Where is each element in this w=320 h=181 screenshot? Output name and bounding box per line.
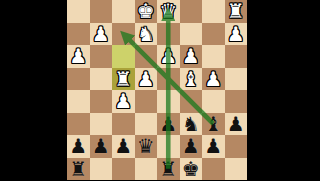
black-pawn[interactable]: ♟ xyxy=(180,135,203,158)
board-square[interactable] xyxy=(202,45,225,68)
chess-app-screenshot: ♚♛♜♟♞♟♟♟♟♜♟♝♟♟♟♞♝♟♟♟♟♛♟♟♜♜♚ xyxy=(0,0,320,180)
board-square[interactable]: ♟ xyxy=(112,135,135,158)
black-pawn[interactable]: ♟ xyxy=(67,135,90,158)
board-square[interactable] xyxy=(225,68,248,91)
white-rook[interactable]: ♜ xyxy=(112,68,135,91)
board-square[interactable] xyxy=(67,23,90,46)
black-pawn[interactable]: ♟ xyxy=(225,113,248,136)
board-square[interactable]: ♟ xyxy=(180,45,203,68)
board-square[interactable]: ♟ xyxy=(202,135,225,158)
white-queen[interactable]: ♛ xyxy=(157,0,180,23)
board-square[interactable]: ♞ xyxy=(135,23,158,46)
board-square[interactable] xyxy=(67,113,90,136)
board-square[interactable]: ♟ xyxy=(157,45,180,68)
white-pawn[interactable]: ♟ xyxy=(157,45,180,68)
board-square[interactable] xyxy=(180,23,203,46)
board-square[interactable]: ♝ xyxy=(202,113,225,136)
board-square[interactable] xyxy=(90,113,113,136)
board-square[interactable]: ♛ xyxy=(135,135,158,158)
black-pawn[interactable]: ♟ xyxy=(112,135,135,158)
black-king[interactable]: ♚ xyxy=(180,158,203,181)
board-square[interactable] xyxy=(180,0,203,23)
board-square[interactable] xyxy=(225,158,248,181)
black-knight[interactable]: ♞ xyxy=(180,113,203,136)
board-square[interactable]: ♟ xyxy=(90,23,113,46)
board-square[interactable] xyxy=(225,90,248,113)
board-square[interactable] xyxy=(67,68,90,91)
board-square[interactable] xyxy=(90,0,113,23)
board-square[interactable] xyxy=(112,113,135,136)
white-pawn[interactable]: ♟ xyxy=(112,90,135,113)
board-square[interactable] xyxy=(157,23,180,46)
board-square[interactable]: ♟ xyxy=(225,113,248,136)
board-square[interactable]: ♟ xyxy=(67,45,90,68)
board-square[interactable] xyxy=(135,90,158,113)
right-letterbox-bar xyxy=(247,0,320,180)
board-square[interactable] xyxy=(202,0,225,23)
white-pawn[interactable]: ♟ xyxy=(202,68,225,91)
white-knight[interactable]: ♞ xyxy=(135,23,158,46)
last-move-highlight-square[interactable] xyxy=(112,45,135,68)
board-square[interactable] xyxy=(90,158,113,181)
board-square[interactable]: ♟ xyxy=(157,113,180,136)
black-pawn[interactable]: ♟ xyxy=(90,135,113,158)
board-square[interactable] xyxy=(157,90,180,113)
board-square[interactable]: ♟ xyxy=(202,68,225,91)
board-square[interactable] xyxy=(135,113,158,136)
board-square[interactable] xyxy=(135,158,158,181)
board-square[interactable] xyxy=(90,68,113,91)
board-square[interactable] xyxy=(135,45,158,68)
board-square[interactable]: ♟ xyxy=(67,135,90,158)
board-square[interactable] xyxy=(112,158,135,181)
board-square[interactable]: ♜ xyxy=(157,158,180,181)
board-square[interactable] xyxy=(202,90,225,113)
white-pawn[interactable]: ♟ xyxy=(180,45,203,68)
white-pawn[interactable]: ♟ xyxy=(90,23,113,46)
white-pawn[interactable]: ♟ xyxy=(225,23,248,46)
white-bishop[interactable]: ♝ xyxy=(180,68,203,91)
board-square[interactable]: ♝ xyxy=(180,68,203,91)
board-square[interactable]: ♟ xyxy=(225,23,248,46)
board-square[interactable] xyxy=(157,68,180,91)
chess-board[interactable]: ♚♛♜♟♞♟♟♟♟♜♟♝♟♟♟♞♝♟♟♟♟♛♟♟♜♜♚ xyxy=(67,0,247,180)
white-pawn[interactable]: ♟ xyxy=(67,45,90,68)
board-square[interactable]: ♚ xyxy=(180,158,203,181)
black-pawn[interactable]: ♟ xyxy=(202,135,225,158)
board-square[interactable]: ♟ xyxy=(135,68,158,91)
board-square[interactable] xyxy=(67,90,90,113)
board-square[interactable] xyxy=(90,45,113,68)
board-square[interactable] xyxy=(202,158,225,181)
board-square[interactable]: ♜ xyxy=(67,158,90,181)
black-rook[interactable]: ♜ xyxy=(157,158,180,181)
white-king[interactable]: ♚ xyxy=(135,0,158,23)
black-pawn[interactable]: ♟ xyxy=(157,113,180,136)
board-square[interactable] xyxy=(225,45,248,68)
board-square[interactable]: ♟ xyxy=(180,135,203,158)
board-square[interactable] xyxy=(112,23,135,46)
board-square[interactable]: ♚ xyxy=(135,0,158,23)
board-square[interactable] xyxy=(202,23,225,46)
board-square[interactable] xyxy=(225,135,248,158)
white-pawn[interactable]: ♟ xyxy=(135,68,158,91)
last-move-highlight-square[interactable]: ♜ xyxy=(112,68,135,91)
black-queen[interactable]: ♛ xyxy=(135,135,158,158)
board-square[interactable] xyxy=(90,90,113,113)
board-square[interactable]: ♛ xyxy=(157,0,180,23)
board-square[interactable] xyxy=(67,0,90,23)
black-rook[interactable]: ♜ xyxy=(67,158,90,181)
board-square[interactable] xyxy=(112,0,135,23)
white-rook[interactable]: ♜ xyxy=(225,0,248,23)
left-letterbox-bar xyxy=(0,0,67,180)
board-square[interactable]: ♟ xyxy=(90,135,113,158)
black-bishop[interactable]: ♝ xyxy=(202,113,225,136)
board-square[interactable] xyxy=(157,135,180,158)
board-square[interactable] xyxy=(180,90,203,113)
board-square[interactable]: ♞ xyxy=(180,113,203,136)
board-square[interactable]: ♜ xyxy=(225,0,248,23)
board-square[interactable]: ♟ xyxy=(112,90,135,113)
